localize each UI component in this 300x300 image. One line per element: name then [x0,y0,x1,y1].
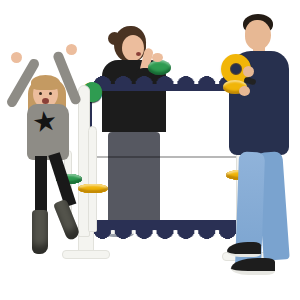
girl-leg-left [35,156,47,214]
product-photo-giant-connect-four: ●● ★ [0,0,300,300]
man-hand-lower [239,86,250,96]
man-sneaker-front [231,258,275,275]
man-hand-upper [243,66,254,77]
man-sneaker-back [227,242,261,257]
star-icon: ★ [28,106,62,138]
girl-fist-left [11,52,22,63]
person-girl: ★ [2,42,94,260]
girl-eye [49,92,52,95]
girl-boot-left [32,210,48,254]
girl-fist-right [66,44,77,55]
girl-fringe [31,75,60,90]
man-head [245,20,271,50]
person-man [213,14,300,294]
girl-eye [39,92,42,95]
girl-boot-right [53,199,81,241]
